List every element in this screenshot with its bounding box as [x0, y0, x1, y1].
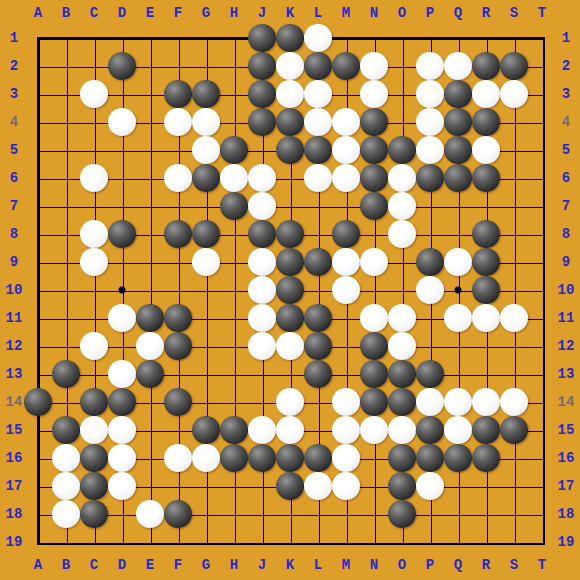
intersection-S19[interactable]	[500, 528, 528, 556]
intersection-T5[interactable]	[528, 136, 556, 164]
intersection-S18[interactable]	[500, 500, 528, 528]
intersection-T14[interactable]	[528, 388, 556, 416]
intersection-G7[interactable]	[192, 192, 220, 220]
intersection-T19[interactable]	[528, 528, 556, 556]
intersection-O3[interactable]	[388, 80, 416, 108]
intersection-L14[interactable]	[304, 388, 332, 416]
white-stone-J9[interactable]	[248, 248, 276, 276]
black-stone-H16[interactable]	[220, 444, 248, 472]
black-stone-K8[interactable]	[276, 220, 304, 248]
intersection-E3[interactable]	[136, 80, 164, 108]
intersection-Q8[interactable]	[444, 220, 472, 248]
white-stone-J10[interactable]	[248, 276, 276, 304]
white-stone-R5[interactable]	[472, 136, 500, 164]
white-stone-P2[interactable]	[416, 52, 444, 80]
intersection-C5[interactable]	[80, 136, 108, 164]
white-stone-P14[interactable]	[416, 388, 444, 416]
intersection-H11[interactable]	[220, 304, 248, 332]
intersection-L7[interactable]	[304, 192, 332, 220]
intersection-Q7[interactable]	[444, 192, 472, 220]
intersection-D12[interactable]	[108, 332, 136, 360]
intersection-B7[interactable]	[52, 192, 80, 220]
black-stone-C18[interactable]	[80, 500, 108, 528]
white-stone-R14[interactable]	[472, 388, 500, 416]
intersection-J14[interactable]	[248, 388, 276, 416]
intersection-B9[interactable]	[52, 248, 80, 276]
black-stone-R8[interactable]	[472, 220, 500, 248]
intersection-A5[interactable]	[24, 136, 52, 164]
intersection-A19[interactable]	[24, 528, 52, 556]
white-stone-P4[interactable]	[416, 108, 444, 136]
intersection-K7[interactable]	[276, 192, 304, 220]
black-stone-J2[interactable]	[248, 52, 276, 80]
intersection-A8[interactable]	[24, 220, 52, 248]
white-stone-E18[interactable]	[136, 500, 164, 528]
white-stone-P5[interactable]	[416, 136, 444, 164]
white-stone-C15[interactable]	[80, 416, 108, 444]
intersection-A10[interactable]	[24, 276, 52, 304]
black-stone-R2[interactable]	[472, 52, 500, 80]
intersection-M11[interactable]	[332, 304, 360, 332]
intersection-R13[interactable]	[472, 360, 500, 388]
intersection-F19[interactable]	[164, 528, 192, 556]
intersection-S16[interactable]	[500, 444, 528, 472]
intersection-L10[interactable]	[304, 276, 332, 304]
intersection-E17[interactable]	[136, 472, 164, 500]
intersection-D5[interactable]	[108, 136, 136, 164]
intersection-A17[interactable]	[24, 472, 52, 500]
white-stone-N15[interactable]	[360, 416, 388, 444]
intersection-F17[interactable]	[164, 472, 192, 500]
intersection-J17[interactable]	[248, 472, 276, 500]
black-stone-K9[interactable]	[276, 248, 304, 276]
white-stone-F6[interactable]	[164, 164, 192, 192]
intersection-F10[interactable]	[164, 276, 192, 304]
white-stone-M14[interactable]	[332, 388, 360, 416]
black-stone-K16[interactable]	[276, 444, 304, 472]
intersection-J18[interactable]	[248, 500, 276, 528]
intersection-M7[interactable]	[332, 192, 360, 220]
intersection-B4[interactable]	[52, 108, 80, 136]
black-stone-R6[interactable]	[472, 164, 500, 192]
intersection-H12[interactable]	[220, 332, 248, 360]
black-stone-G3[interactable]	[192, 80, 220, 108]
intersection-H18[interactable]	[220, 500, 248, 528]
intersection-E9[interactable]	[136, 248, 164, 276]
white-stone-N3[interactable]	[360, 80, 388, 108]
intersection-B14[interactable]	[52, 388, 80, 416]
intersection-P12[interactable]	[416, 332, 444, 360]
intersection-H9[interactable]	[220, 248, 248, 276]
intersection-A6[interactable]	[24, 164, 52, 192]
white-stone-Q15[interactable]	[444, 416, 472, 444]
black-stone-D8[interactable]	[108, 220, 136, 248]
black-stone-K10[interactable]	[276, 276, 304, 304]
black-stone-F3[interactable]	[164, 80, 192, 108]
white-stone-P3[interactable]	[416, 80, 444, 108]
intersection-A9[interactable]	[24, 248, 52, 276]
white-stone-K15[interactable]	[276, 416, 304, 444]
intersection-B10[interactable]	[52, 276, 80, 304]
white-stone-N11[interactable]	[360, 304, 388, 332]
white-stone-C12[interactable]	[80, 332, 108, 360]
intersection-M12[interactable]	[332, 332, 360, 360]
intersection-Q19[interactable]	[444, 528, 472, 556]
intersection-G18[interactable]	[192, 500, 220, 528]
intersection-F9[interactable]	[164, 248, 192, 276]
intersection-K13[interactable]	[276, 360, 304, 388]
intersection-D3[interactable]	[108, 80, 136, 108]
intersection-H19[interactable]	[220, 528, 248, 556]
intersection-N16[interactable]	[360, 444, 388, 472]
black-stone-Q6[interactable]	[444, 164, 472, 192]
black-stone-F18[interactable]	[164, 500, 192, 528]
intersection-A7[interactable]	[24, 192, 52, 220]
intersection-D7[interactable]	[108, 192, 136, 220]
white-stone-H6[interactable]	[220, 164, 248, 192]
white-stone-J15[interactable]	[248, 416, 276, 444]
black-stone-G15[interactable]	[192, 416, 220, 444]
intersection-N18[interactable]	[360, 500, 388, 528]
intersection-Q18[interactable]	[444, 500, 472, 528]
intersection-E16[interactable]	[136, 444, 164, 472]
white-stone-N9[interactable]	[360, 248, 388, 276]
intersection-S1[interactable]	[500, 24, 528, 52]
black-stone-R15[interactable]	[472, 416, 500, 444]
white-stone-B16[interactable]	[52, 444, 80, 472]
intersection-S12[interactable]	[500, 332, 528, 360]
white-stone-K14[interactable]	[276, 388, 304, 416]
intersection-D9[interactable]	[108, 248, 136, 276]
white-stone-R11[interactable]	[472, 304, 500, 332]
white-stone-M5[interactable]	[332, 136, 360, 164]
black-stone-P6[interactable]	[416, 164, 444, 192]
white-stone-O11[interactable]	[388, 304, 416, 332]
intersection-N1[interactable]	[360, 24, 388, 52]
black-stone-K5[interactable]	[276, 136, 304, 164]
intersection-T4[interactable]	[528, 108, 556, 136]
white-stone-R3[interactable]	[472, 80, 500, 108]
intersection-R12[interactable]	[472, 332, 500, 360]
intersection-S13[interactable]	[500, 360, 528, 388]
intersection-C4[interactable]	[80, 108, 108, 136]
intersection-P19[interactable]	[416, 528, 444, 556]
intersection-B11[interactable]	[52, 304, 80, 332]
intersection-T3[interactable]	[528, 80, 556, 108]
black-stone-H5[interactable]	[220, 136, 248, 164]
intersection-B3[interactable]	[52, 80, 80, 108]
black-stone-O5[interactable]	[388, 136, 416, 164]
white-stone-S11[interactable]	[500, 304, 528, 332]
intersection-H13[interactable]	[220, 360, 248, 388]
intersection-G19[interactable]	[192, 528, 220, 556]
white-stone-J7[interactable]	[248, 192, 276, 220]
intersection-D19[interactable]	[108, 528, 136, 556]
intersection-T16[interactable]	[528, 444, 556, 472]
white-stone-D15[interactable]	[108, 416, 136, 444]
black-stone-N14[interactable]	[360, 388, 388, 416]
black-stone-N12[interactable]	[360, 332, 388, 360]
intersection-F7[interactable]	[164, 192, 192, 220]
intersection-C2[interactable]	[80, 52, 108, 80]
black-stone-G6[interactable]	[192, 164, 220, 192]
intersection-L19[interactable]	[304, 528, 332, 556]
intersection-C1[interactable]	[80, 24, 108, 52]
intersection-T11[interactable]	[528, 304, 556, 332]
intersection-A18[interactable]	[24, 500, 52, 528]
intersection-S4[interactable]	[500, 108, 528, 136]
intersection-E8[interactable]	[136, 220, 164, 248]
intersection-G10[interactable]	[192, 276, 220, 304]
intersection-L8[interactable]	[304, 220, 332, 248]
intersection-Q17[interactable]	[444, 472, 472, 500]
intersection-A13[interactable]	[24, 360, 52, 388]
white-stone-K2[interactable]	[276, 52, 304, 80]
intersection-D1[interactable]	[108, 24, 136, 52]
intersection-H1[interactable]	[220, 24, 248, 52]
intersection-S6[interactable]	[500, 164, 528, 192]
white-stone-C3[interactable]	[80, 80, 108, 108]
white-stone-N2[interactable]	[360, 52, 388, 80]
intersection-O10[interactable]	[388, 276, 416, 304]
white-stone-C8[interactable]	[80, 220, 108, 248]
black-stone-D2[interactable]	[108, 52, 136, 80]
intersection-F5[interactable]	[164, 136, 192, 164]
intersection-S17[interactable]	[500, 472, 528, 500]
intersection-B6[interactable]	[52, 164, 80, 192]
intersection-M19[interactable]	[332, 528, 360, 556]
intersection-A2[interactable]	[24, 52, 52, 80]
black-stone-C14[interactable]	[80, 388, 108, 416]
intersection-H8[interactable]	[220, 220, 248, 248]
intersection-L15[interactable]	[304, 416, 332, 444]
white-stone-O6[interactable]	[388, 164, 416, 192]
intersection-B2[interactable]	[52, 52, 80, 80]
intersection-P7[interactable]	[416, 192, 444, 220]
intersection-G11[interactable]	[192, 304, 220, 332]
white-stone-Q14[interactable]	[444, 388, 472, 416]
black-stone-R9[interactable]	[472, 248, 500, 276]
intersection-T13[interactable]	[528, 360, 556, 388]
black-stone-L2[interactable]	[304, 52, 332, 80]
white-stone-Q2[interactable]	[444, 52, 472, 80]
intersection-G14[interactable]	[192, 388, 220, 416]
black-stone-O14[interactable]	[388, 388, 416, 416]
black-stone-J16[interactable]	[248, 444, 276, 472]
black-stone-K4[interactable]	[276, 108, 304, 136]
intersection-M3[interactable]	[332, 80, 360, 108]
intersection-J13[interactable]	[248, 360, 276, 388]
black-stone-Q3[interactable]	[444, 80, 472, 108]
white-stone-F4[interactable]	[164, 108, 192, 136]
white-stone-B17[interactable]	[52, 472, 80, 500]
black-stone-R4[interactable]	[472, 108, 500, 136]
intersection-M1[interactable]	[332, 24, 360, 52]
intersection-H4[interactable]	[220, 108, 248, 136]
intersection-O1[interactable]	[388, 24, 416, 52]
white-stone-O15[interactable]	[388, 416, 416, 444]
black-stone-A14[interactable]	[24, 388, 52, 416]
intersection-R1[interactable]	[472, 24, 500, 52]
intersection-T7[interactable]	[528, 192, 556, 220]
intersection-A15[interactable]	[24, 416, 52, 444]
intersection-L18[interactable]	[304, 500, 332, 528]
intersection-R19[interactable]	[472, 528, 500, 556]
intersection-H17[interactable]	[220, 472, 248, 500]
white-stone-S14[interactable]	[500, 388, 528, 416]
intersection-R17[interactable]	[472, 472, 500, 500]
intersection-A3[interactable]	[24, 80, 52, 108]
intersection-G13[interactable]	[192, 360, 220, 388]
intersection-E15[interactable]	[136, 416, 164, 444]
white-stone-O8[interactable]	[388, 220, 416, 248]
intersection-T12[interactable]	[528, 332, 556, 360]
white-stone-M10[interactable]	[332, 276, 360, 304]
intersection-S10[interactable]	[500, 276, 528, 304]
black-stone-Q5[interactable]	[444, 136, 472, 164]
intersection-O9[interactable]	[388, 248, 416, 276]
intersection-B1[interactable]	[52, 24, 80, 52]
intersection-A11[interactable]	[24, 304, 52, 332]
intersection-S5[interactable]	[500, 136, 528, 164]
black-stone-C17[interactable]	[80, 472, 108, 500]
black-stone-J8[interactable]	[248, 220, 276, 248]
intersection-M18[interactable]	[332, 500, 360, 528]
white-stone-G5[interactable]	[192, 136, 220, 164]
intersection-G12[interactable]	[192, 332, 220, 360]
white-stone-G4[interactable]	[192, 108, 220, 136]
intersection-B12[interactable]	[52, 332, 80, 360]
black-stone-N7[interactable]	[360, 192, 388, 220]
white-stone-F16[interactable]	[164, 444, 192, 472]
black-stone-N13[interactable]	[360, 360, 388, 388]
black-stone-R10[interactable]	[472, 276, 500, 304]
intersection-T18[interactable]	[528, 500, 556, 528]
black-stone-N6[interactable]	[360, 164, 388, 192]
white-stone-M9[interactable]	[332, 248, 360, 276]
black-stone-O16[interactable]	[388, 444, 416, 472]
intersection-E6[interactable]	[136, 164, 164, 192]
white-stone-B18[interactable]	[52, 500, 80, 528]
intersection-M13[interactable]	[332, 360, 360, 388]
intersection-E4[interactable]	[136, 108, 164, 136]
intersection-J19[interactable]	[248, 528, 276, 556]
intersection-E1[interactable]	[136, 24, 164, 52]
black-stone-F11[interactable]	[164, 304, 192, 332]
black-stone-O13[interactable]	[388, 360, 416, 388]
intersection-G1[interactable]	[192, 24, 220, 52]
black-stone-K1[interactable]	[276, 24, 304, 52]
intersection-C10[interactable]	[80, 276, 108, 304]
intersection-F2[interactable]	[164, 52, 192, 80]
white-stone-J6[interactable]	[248, 164, 276, 192]
intersection-T15[interactable]	[528, 416, 556, 444]
intersection-K19[interactable]	[276, 528, 304, 556]
black-stone-H15[interactable]	[220, 416, 248, 444]
white-stone-K3[interactable]	[276, 80, 304, 108]
black-stone-N5[interactable]	[360, 136, 388, 164]
intersection-S9[interactable]	[500, 248, 528, 276]
black-stone-L5[interactable]	[304, 136, 332, 164]
intersection-P18[interactable]	[416, 500, 444, 528]
intersection-P8[interactable]	[416, 220, 444, 248]
intersection-C11[interactable]	[80, 304, 108, 332]
intersection-A1[interactable]	[24, 24, 52, 52]
intersection-B19[interactable]	[52, 528, 80, 556]
intersection-T1[interactable]	[528, 24, 556, 52]
black-stone-F12[interactable]	[164, 332, 192, 360]
white-stone-G16[interactable]	[192, 444, 220, 472]
intersection-F13[interactable]	[164, 360, 192, 388]
white-stone-P10[interactable]	[416, 276, 444, 304]
intersection-O19[interactable]	[388, 528, 416, 556]
black-stone-D14[interactable]	[108, 388, 136, 416]
intersection-C13[interactable]	[80, 360, 108, 388]
intersection-A16[interactable]	[24, 444, 52, 472]
intersection-J5[interactable]	[248, 136, 276, 164]
white-stone-M6[interactable]	[332, 164, 360, 192]
intersection-D6[interactable]	[108, 164, 136, 192]
white-stone-J11[interactable]	[248, 304, 276, 332]
intersection-E7[interactable]	[136, 192, 164, 220]
black-stone-L16[interactable]	[304, 444, 332, 472]
black-stone-L13[interactable]	[304, 360, 332, 388]
intersection-N17[interactable]	[360, 472, 388, 500]
intersection-T17[interactable]	[528, 472, 556, 500]
intersection-O2[interactable]	[388, 52, 416, 80]
black-stone-R16[interactable]	[472, 444, 500, 472]
white-stone-M16[interactable]	[332, 444, 360, 472]
black-stone-M2[interactable]	[332, 52, 360, 80]
black-stone-L12[interactable]	[304, 332, 332, 360]
intersection-P1[interactable]	[416, 24, 444, 52]
black-stone-B15[interactable]	[52, 416, 80, 444]
intersection-T6[interactable]	[528, 164, 556, 192]
intersection-E10[interactable]	[136, 276, 164, 304]
white-stone-C9[interactable]	[80, 248, 108, 276]
intersection-F1[interactable]	[164, 24, 192, 52]
intersection-E2[interactable]	[136, 52, 164, 80]
intersection-N19[interactable]	[360, 528, 388, 556]
intersection-Q13[interactable]	[444, 360, 472, 388]
white-stone-M15[interactable]	[332, 416, 360, 444]
white-stone-L3[interactable]	[304, 80, 332, 108]
intersection-A12[interactable]	[24, 332, 52, 360]
black-stone-Q16[interactable]	[444, 444, 472, 472]
black-stone-O18[interactable]	[388, 500, 416, 528]
white-stone-L17[interactable]	[304, 472, 332, 500]
white-stone-C6[interactable]	[80, 164, 108, 192]
black-stone-C16[interactable]	[80, 444, 108, 472]
intersection-G2[interactable]	[192, 52, 220, 80]
white-stone-K12[interactable]	[276, 332, 304, 360]
intersection-C7[interactable]	[80, 192, 108, 220]
intersection-S8[interactable]	[500, 220, 528, 248]
intersection-S7[interactable]	[500, 192, 528, 220]
black-stone-L11[interactable]	[304, 304, 332, 332]
intersection-B8[interactable]	[52, 220, 80, 248]
intersection-T9[interactable]	[528, 248, 556, 276]
intersection-K6[interactable]	[276, 164, 304, 192]
intersection-F15[interactable]	[164, 416, 192, 444]
black-stone-P9[interactable]	[416, 248, 444, 276]
intersection-T10[interactable]	[528, 276, 556, 304]
black-stone-J1[interactable]	[248, 24, 276, 52]
white-stone-D4[interactable]	[108, 108, 136, 136]
white-stone-M17[interactable]	[332, 472, 360, 500]
intersection-Q1[interactable]	[444, 24, 472, 52]
white-stone-S3[interactable]	[500, 80, 528, 108]
